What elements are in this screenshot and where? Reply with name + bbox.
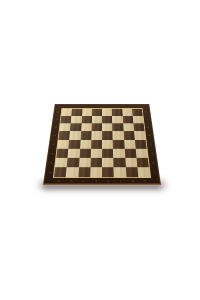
square-h2 bbox=[136, 158, 149, 168]
square-g4 bbox=[124, 140, 136, 149]
square-g6 bbox=[123, 124, 134, 132]
square-e5 bbox=[102, 131, 113, 139]
square-c8 bbox=[82, 109, 92, 116]
square-a6 bbox=[59, 124, 70, 132]
square-h4 bbox=[135, 140, 147, 149]
rank-label: 3 bbox=[151, 152, 153, 153]
rank-label: 7 bbox=[56, 119, 57, 120]
square-f3 bbox=[113, 148, 125, 157]
rank-label: 2 bbox=[152, 162, 154, 164]
square-h5 bbox=[134, 131, 146, 139]
rank-label: 6 bbox=[55, 127, 56, 128]
square-d2 bbox=[90, 158, 102, 168]
rank-label: 7 bbox=[147, 119, 148, 120]
rank-label: 1 bbox=[49, 172, 51, 174]
file-labels: abcdefgh bbox=[52, 179, 151, 183]
square-h8 bbox=[132, 109, 143, 116]
board-frame: abcdefgh 87654321 87654321 bbox=[43, 104, 161, 185]
square-e4 bbox=[102, 140, 113, 149]
rank-label: 2 bbox=[50, 162, 52, 164]
square-e7 bbox=[102, 116, 112, 124]
square-e8 bbox=[102, 109, 112, 116]
file-label: g bbox=[132, 180, 134, 182]
file-label: c bbox=[83, 180, 84, 182]
square-c3 bbox=[79, 148, 91, 157]
square-b3 bbox=[68, 148, 80, 157]
square-g5 bbox=[123, 131, 134, 139]
square-a4 bbox=[57, 140, 69, 149]
chessboard: abcdefgh 87654321 87654321 bbox=[43, 104, 161, 185]
rank-label: 1 bbox=[154, 172, 156, 174]
rank-label: 5 bbox=[54, 135, 56, 136]
square-b5 bbox=[69, 131, 80, 139]
square-c5 bbox=[80, 131, 91, 139]
square-d6 bbox=[91, 124, 102, 132]
square-b8 bbox=[72, 109, 83, 116]
square-f8 bbox=[112, 109, 122, 116]
square-c4 bbox=[80, 140, 91, 149]
rank-label: 4 bbox=[53, 143, 55, 144]
file-label: a bbox=[58, 180, 60, 182]
file-label: e bbox=[108, 180, 109, 182]
file-label: f bbox=[120, 180, 121, 182]
square-b1 bbox=[66, 167, 79, 177]
square-h1 bbox=[137, 167, 150, 177]
square-g3 bbox=[124, 148, 136, 157]
rank-label: 3 bbox=[51, 152, 53, 153]
square-b4 bbox=[69, 140, 81, 149]
square-e1 bbox=[102, 167, 114, 177]
square-f7 bbox=[112, 116, 123, 124]
rank-label: 8 bbox=[57, 111, 58, 112]
square-e3 bbox=[102, 148, 113, 157]
square-c2 bbox=[79, 158, 91, 168]
square-g7 bbox=[122, 116, 133, 124]
square-f2 bbox=[113, 158, 125, 168]
square-f4 bbox=[113, 140, 124, 149]
square-e2 bbox=[102, 158, 114, 168]
board-grid bbox=[53, 108, 151, 178]
square-b2 bbox=[67, 158, 79, 168]
square-a1 bbox=[54, 167, 67, 177]
square-a2 bbox=[55, 158, 68, 168]
square-d1 bbox=[90, 167, 102, 177]
square-c7 bbox=[81, 116, 92, 124]
square-f1 bbox=[114, 167, 126, 177]
square-a3 bbox=[56, 148, 68, 157]
square-d4 bbox=[91, 140, 102, 149]
square-d3 bbox=[91, 148, 102, 157]
square-c6 bbox=[81, 124, 92, 132]
square-f5 bbox=[113, 131, 124, 139]
rank-label: 8 bbox=[146, 111, 147, 112]
square-a5 bbox=[58, 131, 70, 139]
square-g1 bbox=[125, 167, 138, 177]
square-d8 bbox=[92, 109, 102, 116]
file-label: d bbox=[95, 180, 97, 182]
square-e6 bbox=[102, 124, 113, 132]
rank-label: 5 bbox=[149, 135, 151, 136]
file-label: h bbox=[144, 180, 146, 182]
square-b6 bbox=[70, 124, 81, 132]
rank-label: 4 bbox=[150, 143, 152, 144]
rank-label: 6 bbox=[148, 127, 149, 128]
file-label: b bbox=[70, 180, 72, 182]
square-f6 bbox=[112, 124, 123, 132]
square-g8 bbox=[122, 109, 133, 116]
square-c1 bbox=[78, 167, 90, 177]
square-h6 bbox=[133, 124, 144, 132]
square-b7 bbox=[71, 116, 82, 124]
square-d5 bbox=[91, 131, 102, 139]
product-photo: abcdefgh 87654321 87654321 bbox=[0, 0, 200, 300]
square-g2 bbox=[125, 158, 137, 168]
square-h7 bbox=[132, 116, 143, 124]
square-h3 bbox=[135, 148, 147, 157]
square-d7 bbox=[92, 116, 102, 124]
